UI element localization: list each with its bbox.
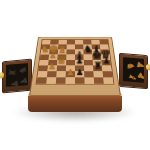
board-square-e4[interactable]: ♟: [75, 60, 84, 66]
piece-bP-e4[interactable]: ♟: [71, 57, 87, 65]
board-square-d1[interactable]: [65, 77, 75, 83]
stored-piece-wP: ♟: [135, 60, 144, 71]
left-drawer-knob: [0, 72, 4, 78]
board-square-h1[interactable]: [103, 77, 113, 83]
piece-bR-g3[interactable]: ♜: [90, 61, 107, 71]
board-square-f1[interactable]: [84, 77, 94, 83]
board-frame: ♞♚♜♞♝♟♝♚♛♛♟♟♟♜♟♟: [29, 37, 121, 96]
stored-piece-bP: ♟: [19, 76, 28, 87]
left-drawer-felt: ♜♞♟♟: [6, 63, 28, 87]
board-square-c1[interactable]: [56, 77, 66, 83]
stored-piece-wN: ♞: [125, 61, 135, 71]
board-square-b3[interactable]: ♟: [47, 66, 57, 72]
board-square-g3[interactable]: ♜: [93, 66, 103, 72]
right-drawer: ♞♟♝♟: [119, 53, 148, 90]
right-drawer-felt: ♞♟♝♟: [123, 57, 144, 83]
board-perspective-wrap: ♞♚♜♞♝♟♝♚♛♛♟♟♟♜♟♟: [29, 0, 121, 96]
piece-bP-e2[interactable]: ♟: [71, 69, 88, 77]
left-drawer: ♜♞♟♟: [2, 59, 32, 94]
right-drawer-knob: [146, 64, 150, 70]
chess-set-photo: ♜♞♟♟ ♞♟♝♟ ♞♚♜♞♝♟♝♚♛♛♟♟♟♜♟♟: [0, 0, 150, 150]
board-square-b1[interactable]: [46, 77, 56, 83]
piece-wP-b3[interactable]: ♟: [44, 63, 61, 71]
chess-board: ♞♚♜♞♝♟♝♚♛♛♟♟♟♜♟♟: [37, 40, 114, 84]
stored-piece-bN: ♞: [18, 66, 27, 75]
board-square-e1[interactable]: [75, 77, 85, 83]
board-square-e2[interactable]: ♟: [75, 71, 84, 77]
